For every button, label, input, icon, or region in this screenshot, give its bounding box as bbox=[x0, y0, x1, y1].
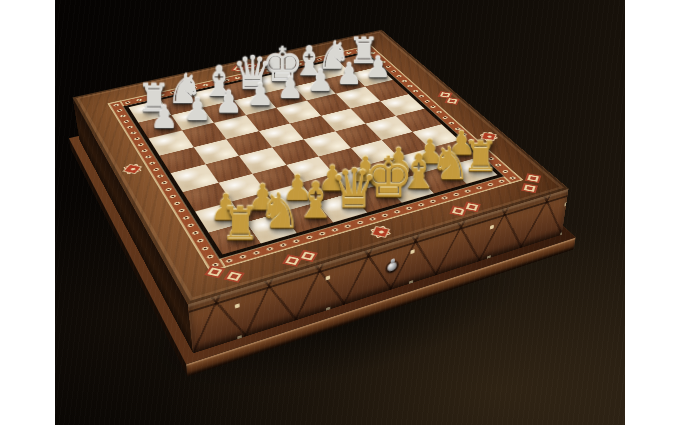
product-photo: ♜♞♝♛♚♝♞♜♟♟♟♟♟♟♟♟♟♟♟♟♟♟♟♟♜♞♝♛♚♝♞♜ bbox=[0, 0, 680, 425]
table-surface: ♜♞♝♛♚♝♞♜♟♟♟♟♟♟♟♟♟♟♟♟♟♟♟♟♜♞♝♛♚♝♞♜ bbox=[55, 0, 625, 425]
table-grain-texture bbox=[55, 0, 625, 425]
